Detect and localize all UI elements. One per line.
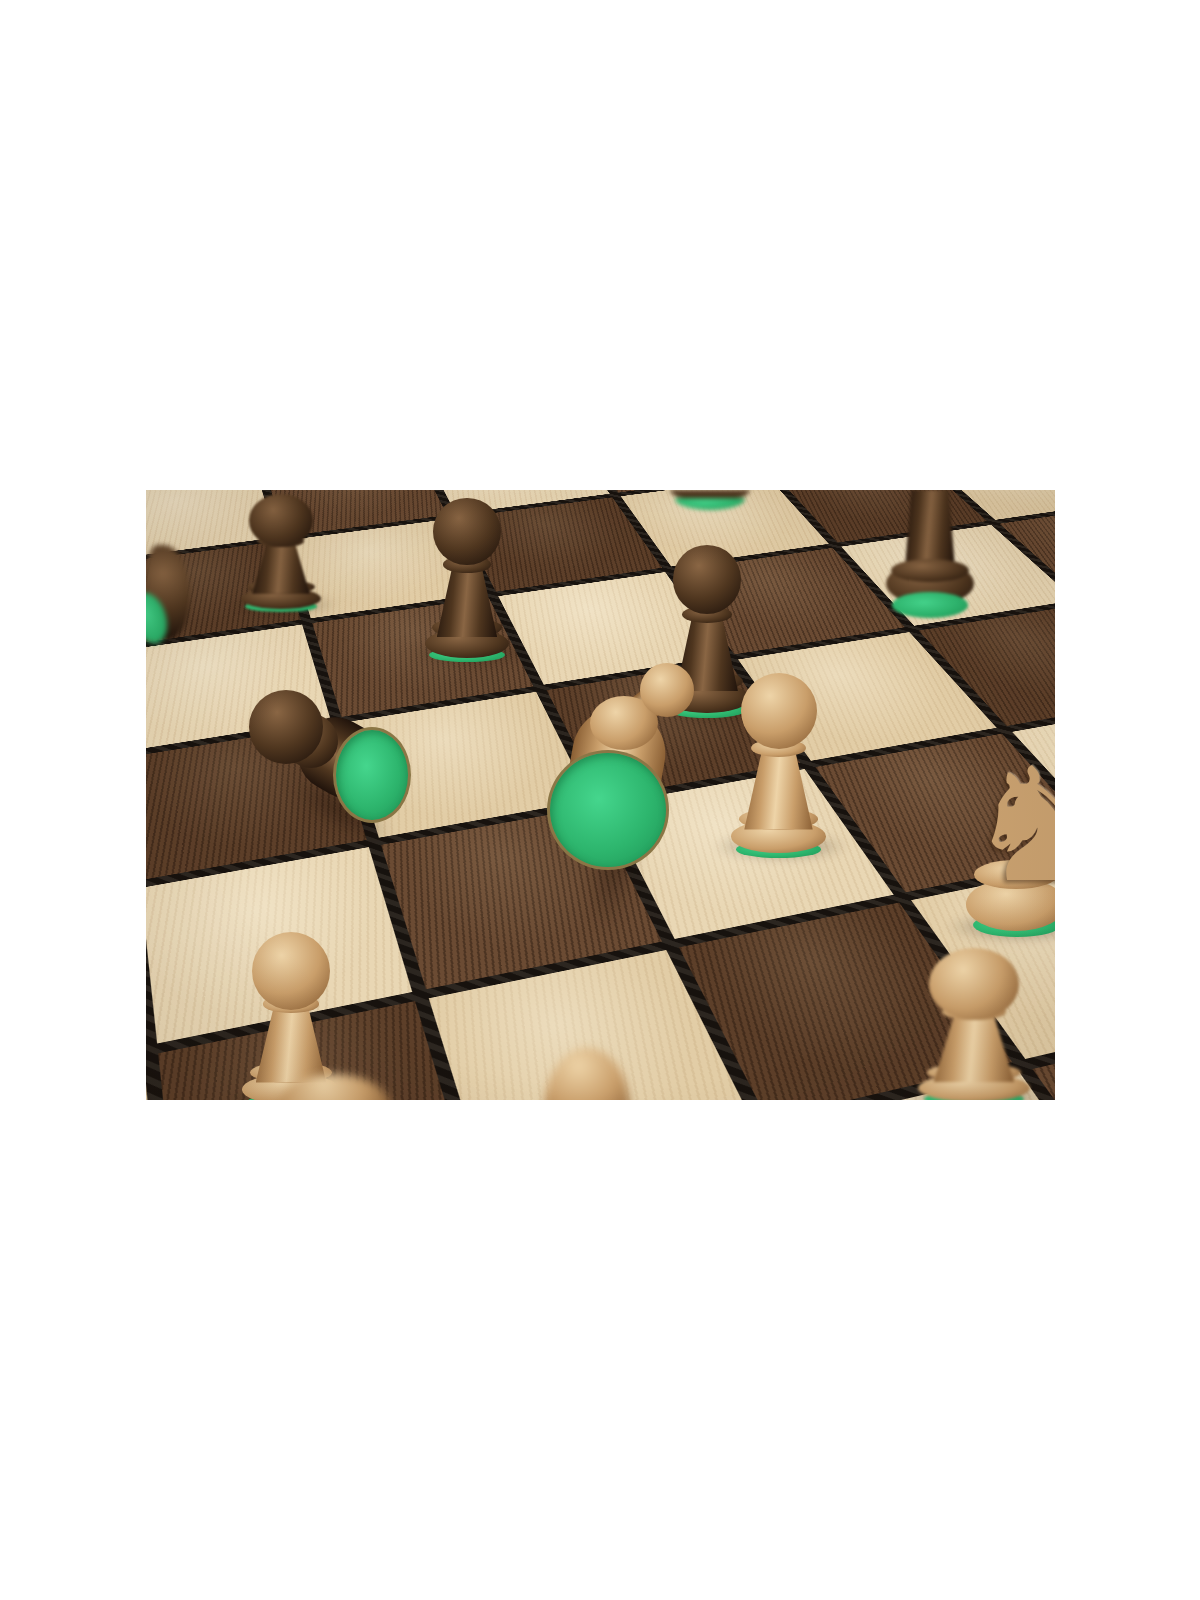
fallen-pawn-head bbox=[640, 663, 694, 717]
pawn-head bbox=[741, 673, 817, 749]
pieces-layer: ♞ bbox=[146, 490, 1055, 1100]
blur-head-bottom-left bbox=[279, 1074, 391, 1100]
blur-head-bottom-center bbox=[544, 1048, 630, 1100]
blurred-pawn-head bbox=[544, 1048, 630, 1100]
blurred-pawn-head bbox=[279, 1074, 391, 1100]
knight-glyph: ♞ bbox=[966, 747, 1055, 905]
light-knight-right-edge: ♞ bbox=[966, 735, 1055, 937]
pawn-body bbox=[256, 1006, 327, 1083]
pawn-body bbox=[934, 1014, 1015, 1083]
pawn-head bbox=[929, 948, 1019, 1020]
light-pawn-bottom-right bbox=[918, 948, 1030, 1100]
board-photo: ♞ bbox=[146, 490, 1055, 1100]
pawn-head bbox=[252, 932, 330, 1010]
page-background: ♞ bbox=[0, 0, 1200, 1600]
pawn-body bbox=[744, 749, 812, 829]
felt-base-disc bbox=[547, 750, 669, 870]
light-pawn-standing bbox=[731, 673, 826, 855]
